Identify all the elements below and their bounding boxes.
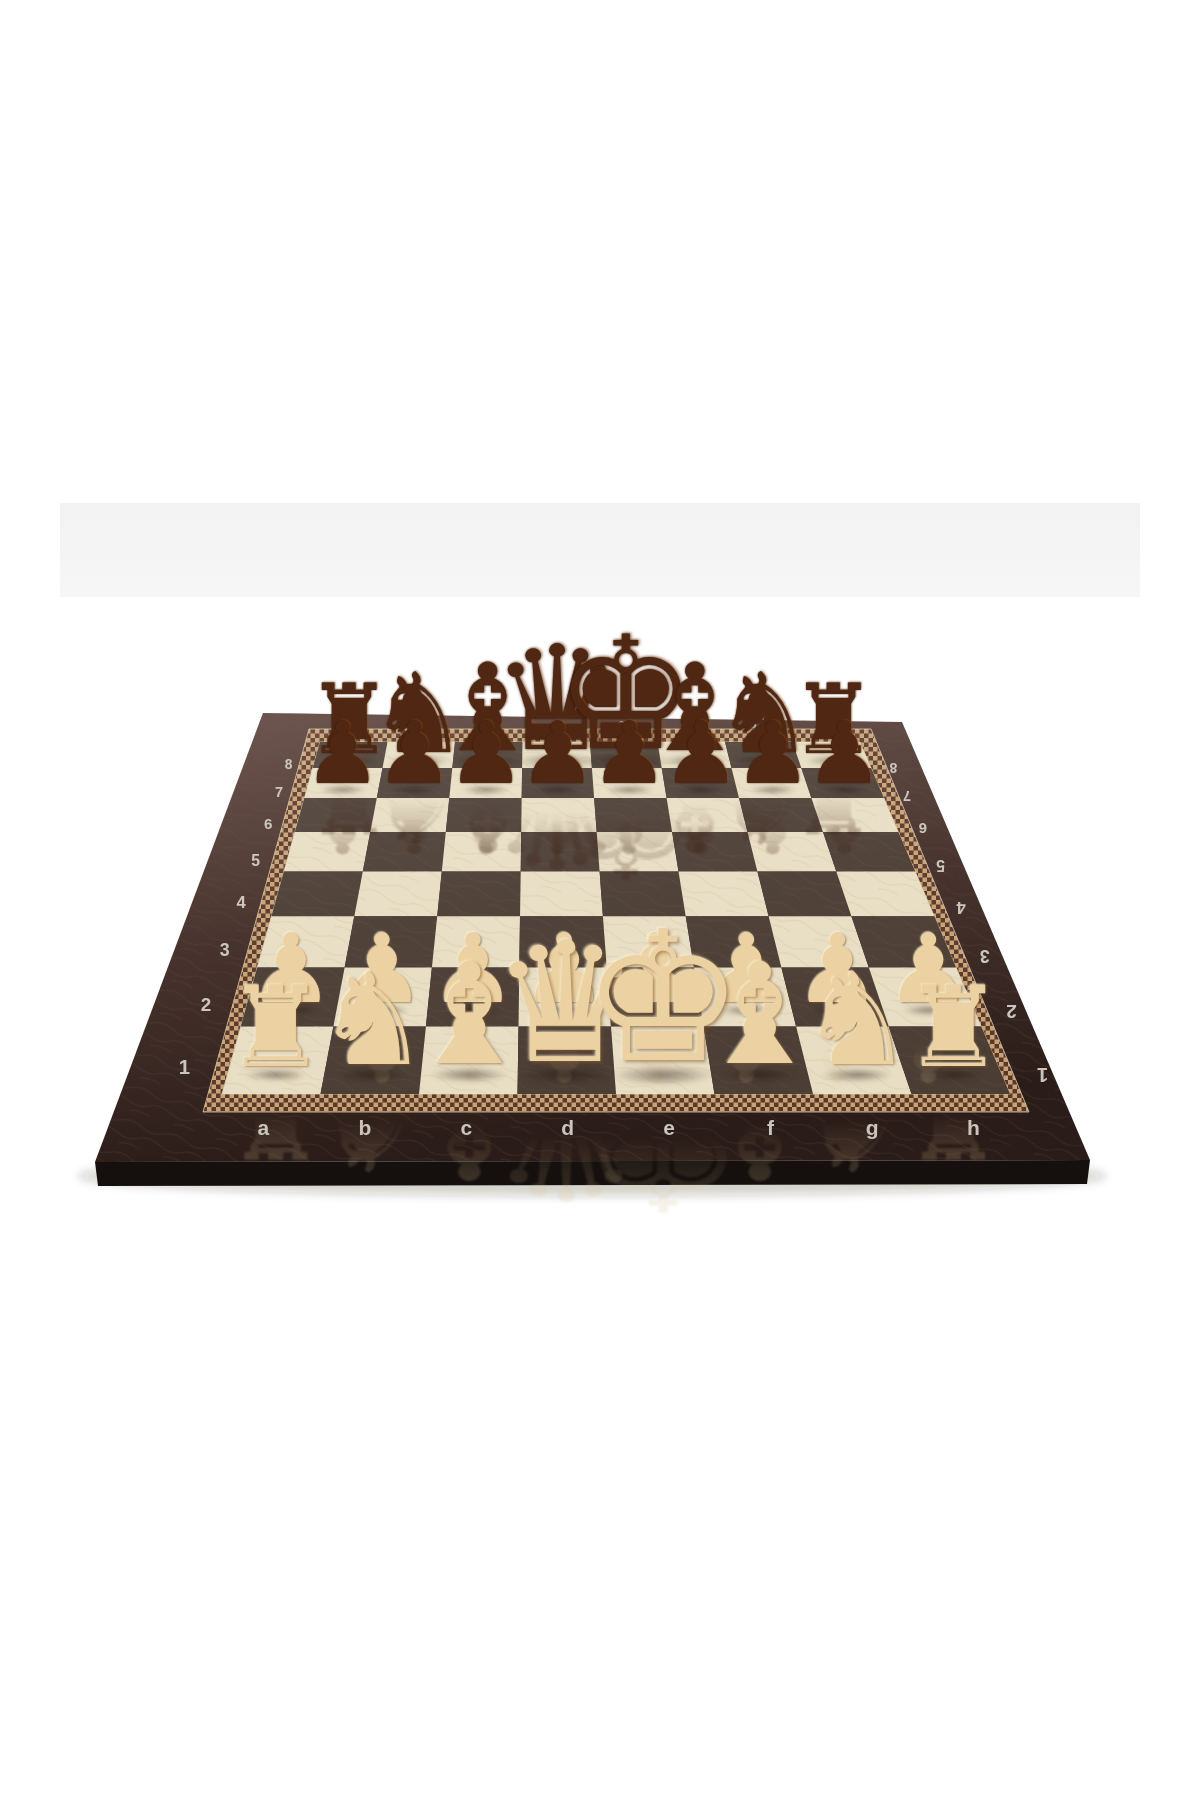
board-side-edge xyxy=(95,1160,1090,1186)
rank-label-left-8: 8 xyxy=(285,757,293,772)
rank-label-left-2: 2 xyxy=(201,994,212,1015)
rank-label-left-1: 1 xyxy=(179,1056,190,1078)
rank-label-left-6: 6 xyxy=(264,815,272,832)
file-label-bottom-g: g xyxy=(866,1116,879,1139)
file-label-top-c: c xyxy=(486,718,493,732)
product-photo: 8877665544332211aabbccddeeffgghh ♜♜♞♞♝♝♛… xyxy=(0,0,1200,1800)
file-label-top-b: b xyxy=(420,718,427,732)
file-label-top-a: a xyxy=(355,718,362,732)
rank-label-right-1: 1 xyxy=(1037,1064,1048,1086)
rank-label-left-4: 4 xyxy=(237,893,247,912)
rank-label-left-5: 5 xyxy=(251,852,260,869)
rank-label-left-7: 7 xyxy=(275,784,283,800)
file-label-top-e: e xyxy=(618,718,625,732)
file-label-bottom-a: a xyxy=(258,1116,270,1139)
rank-label-right-2: 2 xyxy=(1006,1001,1017,1022)
rank-label-right-4: 4 xyxy=(956,898,966,917)
rank-label-right-8: 8 xyxy=(889,760,897,775)
rank-label-right-6: 6 xyxy=(918,820,926,837)
board-gloss xyxy=(95,713,1090,1162)
rank-label-right-7: 7 xyxy=(903,788,911,804)
rank-label-left-3: 3 xyxy=(220,940,230,960)
rank-label-right-3: 3 xyxy=(980,946,990,966)
file-label-bottom-d: d xyxy=(561,1116,574,1139)
file-label-bottom-b: b xyxy=(358,1116,371,1139)
file-label-top-g: g xyxy=(749,718,756,732)
file-label-bottom-e: e xyxy=(663,1116,675,1139)
file-label-top-d: d xyxy=(552,718,559,732)
rank-label-right-5: 5 xyxy=(936,857,945,874)
chess-board: 8877665544332211aabbccddeeffgghh xyxy=(0,0,1200,1800)
file-label-bottom-f: f xyxy=(767,1116,775,1139)
file-label-top-h: h xyxy=(815,718,822,732)
file-label-bottom-h: h xyxy=(967,1116,980,1139)
file-label-bottom-c: c xyxy=(460,1116,472,1139)
